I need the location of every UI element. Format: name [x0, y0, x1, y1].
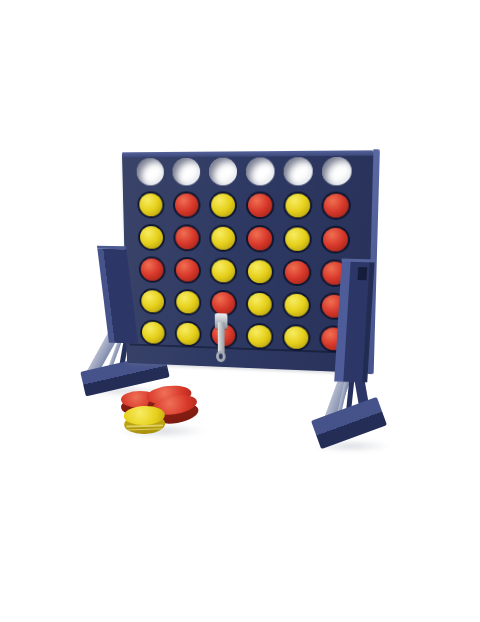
yellow-disc — [139, 193, 162, 216]
hole — [246, 192, 274, 220]
cell-r3c3 — [204, 222, 241, 255]
cell-r1c4 — [241, 154, 279, 188]
yellow-disc — [285, 194, 310, 218]
red-disc — [140, 258, 163, 281]
hole — [209, 225, 237, 252]
latch-loop — [216, 351, 226, 363]
cell-r4c4 — [241, 255, 278, 288]
hole — [174, 321, 201, 348]
empty-hole — [283, 157, 312, 185]
yellow-disc — [211, 259, 235, 282]
cell-r5c5 — [278, 288, 316, 322]
hole — [139, 319, 166, 345]
hole — [174, 289, 201, 316]
red-disc — [248, 194, 272, 218]
cell-r2c6 — [316, 188, 355, 222]
red-disc — [322, 228, 347, 252]
hole — [283, 192, 312, 220]
loose-disc-yellow-4 — [124, 405, 166, 434]
cell-r5c4 — [241, 288, 278, 321]
hole — [321, 192, 351, 220]
empty-hole — [321, 157, 351, 186]
red-disc — [211, 292, 234, 315]
cell-r5c1 — [135, 285, 170, 317]
latch-arm — [218, 322, 225, 354]
hole — [138, 256, 165, 283]
cell-r4c3 — [205, 254, 241, 287]
connect-four-board — [122, 150, 373, 373]
hole — [209, 257, 237, 284]
cell-r1c3 — [204, 154, 241, 188]
yellow-disc — [285, 227, 310, 251]
cell-r2c3 — [204, 188, 241, 222]
cell-r1c1 — [132, 155, 168, 188]
empty-hole — [136, 158, 164, 185]
right-stand-slot-notch — [357, 267, 367, 280]
cell-r1c5 — [278, 154, 317, 189]
cell-r2c1 — [132, 188, 168, 221]
hole — [245, 225, 273, 252]
hole — [320, 226, 350, 254]
hole — [245, 323, 273, 350]
yellow-disc — [176, 291, 199, 314]
hole — [173, 224, 200, 251]
yellow-disc — [211, 194, 235, 217]
yellow-disc — [247, 260, 271, 283]
hole — [282, 292, 310, 319]
latch — [213, 313, 231, 363]
yellow-disc — [141, 290, 164, 313]
cell-r1c6 — [317, 154, 357, 189]
red-disc — [247, 227, 271, 250]
cell-r4c5 — [278, 256, 316, 290]
product-photo-scene — [0, 0, 480, 622]
yellow-disc — [141, 321, 164, 343]
cell-r3c6 — [316, 223, 355, 257]
hole — [139, 288, 166, 315]
yellow-disc — [176, 323, 199, 346]
yellow-disc — [247, 293, 271, 316]
yellow-disc — [284, 326, 308, 349]
hole — [137, 191, 164, 218]
cell-r4c2 — [169, 254, 205, 287]
cell-r4c1 — [134, 253, 170, 286]
hole — [282, 259, 311, 287]
red-disc — [175, 226, 199, 249]
cell-r3c1 — [133, 221, 169, 254]
yellow-disc — [139, 226, 162, 249]
cell-r2c5 — [278, 188, 316, 222]
red-disc — [175, 259, 198, 282]
board-grid — [132, 154, 357, 356]
cell-r3c2 — [168, 221, 204, 254]
cell-r3c5 — [278, 222, 316, 256]
red-disc — [323, 194, 349, 218]
hole — [245, 258, 273, 285]
empty-hole — [208, 158, 236, 186]
hole — [172, 191, 200, 218]
red-disc — [174, 193, 198, 216]
hole — [245, 291, 273, 318]
red-disc — [284, 261, 309, 284]
cell-r2c4 — [241, 188, 278, 222]
hole — [173, 257, 200, 284]
cell-r1c2 — [167, 155, 204, 189]
cell-r5c2 — [169, 286, 205, 319]
hole — [283, 225, 312, 253]
empty-hole — [172, 158, 200, 186]
cell-r2c2 — [168, 188, 204, 221]
hole — [282, 324, 310, 351]
hole — [209, 191, 237, 218]
cell-r3c4 — [241, 222, 278, 256]
hole — [137, 224, 164, 251]
yellow-disc — [247, 325, 271, 348]
yellow-disc — [284, 294, 308, 317]
empty-hole — [246, 157, 275, 185]
yellow-disc — [211, 227, 235, 250]
